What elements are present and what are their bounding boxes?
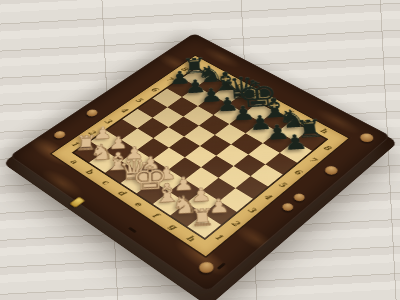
square-b5[interactable] (153, 107, 183, 127)
wood-knob-6 (85, 108, 100, 118)
square-a5[interactable] (138, 98, 168, 117)
board-wrapper: aa88bb77cc66dd55ee44ff33gg22hh11 ♜♞♝♛♚♝♞… (58, 4, 342, 288)
square-d5[interactable] (184, 125, 215, 146)
square-c5[interactable] (168, 116, 199, 136)
hinge-1 (128, 227, 137, 233)
wood-knob-3 (323, 164, 340, 176)
wood-knob-1 (357, 131, 375, 143)
photo-scene: aa88bb77cc66dd55ee44ff33gg22hh11 ♜♞♝♛♚♝♞… (0, 0, 400, 300)
wood-knob-4 (292, 192, 307, 203)
rank-label-5: 5 (134, 97, 144, 104)
wood-knob-5 (280, 202, 295, 213)
hinge-2 (217, 262, 226, 269)
wood-knob-2 (196, 259, 217, 274)
rank-label-4: 4 (119, 107, 129, 114)
